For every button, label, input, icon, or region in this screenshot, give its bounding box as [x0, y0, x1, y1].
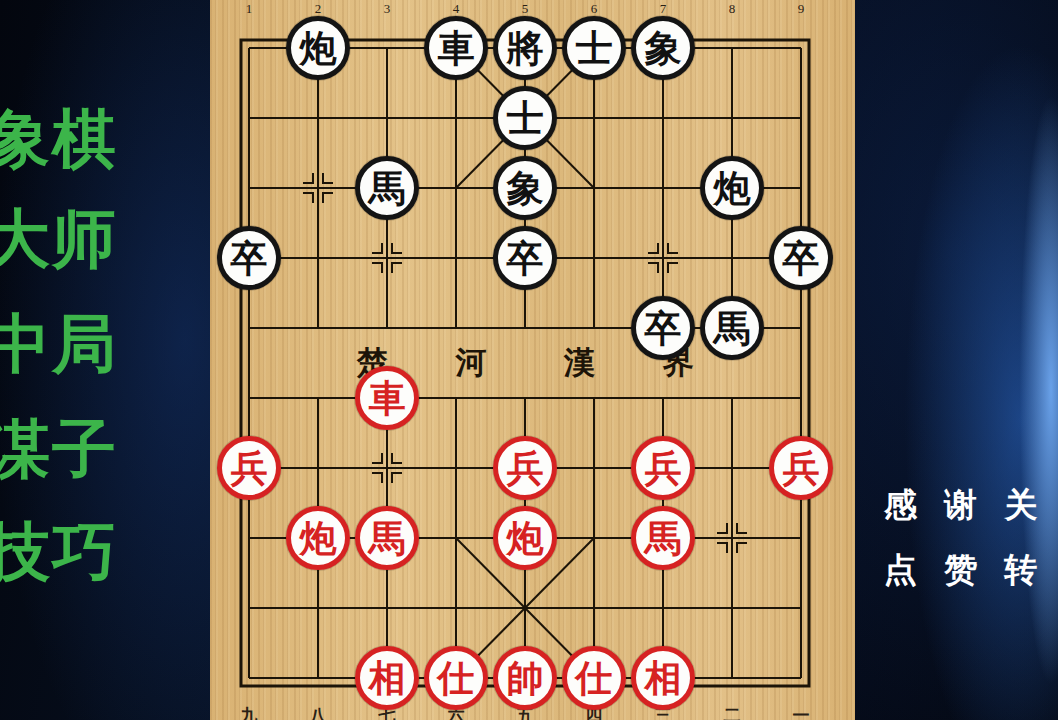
- piece-glyph: 兵: [231, 450, 268, 487]
- file-number-top: 8: [729, 1, 736, 17]
- red-piece-相[interactable]: 相: [355, 646, 419, 710]
- red-piece-炮[interactable]: 炮: [493, 506, 557, 570]
- red-piece-兵[interactable]: 兵: [769, 436, 833, 500]
- point-marker: [372, 243, 402, 273]
- right-caption-line: 点 赞 转: [884, 548, 1046, 593]
- file-number-top: 2: [315, 1, 322, 17]
- point-marker: [648, 243, 678, 273]
- marker-bracket: [322, 173, 333, 184]
- piece-glyph: 相: [369, 660, 406, 697]
- black-piece-卒[interactable]: 卒: [769, 226, 833, 290]
- piece-glyph: 卒: [645, 310, 682, 347]
- red-piece-相[interactable]: 相: [631, 646, 695, 710]
- file-number-bottom: 九: [241, 704, 258, 720]
- red-piece-馬[interactable]: 馬: [631, 506, 695, 570]
- black-piece-士[interactable]: 士: [493, 86, 557, 150]
- red-piece-馬[interactable]: 馬: [355, 506, 419, 570]
- marker-bracket: [736, 542, 747, 553]
- piece-glyph: 帥: [507, 660, 544, 697]
- point-marker: [372, 453, 402, 483]
- right-caption-line: 感 谢 关: [884, 483, 1046, 528]
- piece-glyph: 馬: [645, 520, 682, 557]
- piece-glyph: 仕: [576, 660, 613, 697]
- piece-glyph: 兵: [783, 450, 820, 487]
- piece-glyph: 象: [645, 30, 682, 67]
- piece-glyph: 馬: [369, 170, 406, 207]
- file-number-bottom: 八: [310, 704, 327, 720]
- black-piece-炮[interactable]: 炮: [286, 16, 350, 80]
- piece-glyph: 卒: [783, 240, 820, 277]
- point-marker: [303, 173, 333, 203]
- black-piece-象[interactable]: 象: [493, 156, 557, 220]
- marker-bracket: [372, 262, 383, 273]
- xiangqi-board: 123456789 九八七六五四三二一 楚 河 漢 界 炮車將士象士馬象炮卒卒卒…: [210, 0, 855, 720]
- file-number-bottom: 二: [724, 704, 741, 720]
- red-piece-炮[interactable]: 炮: [286, 506, 350, 570]
- piece-glyph: 士: [507, 100, 544, 137]
- marker-bracket: [648, 262, 659, 273]
- file-number-top: 7: [660, 1, 667, 17]
- file-number-top: 9: [798, 1, 805, 17]
- black-piece-將[interactable]: 將: [493, 16, 557, 80]
- marker-bracket: [303, 192, 314, 203]
- red-piece-兵[interactable]: 兵: [217, 436, 281, 500]
- marker-bracket: [391, 472, 402, 483]
- piece-glyph: 車: [369, 380, 406, 417]
- black-piece-士[interactable]: 士: [562, 16, 626, 80]
- red-piece-車[interactable]: 車: [355, 366, 419, 430]
- red-piece-仕[interactable]: 仕: [424, 646, 488, 710]
- file-number-top: 5: [522, 1, 529, 17]
- piece-glyph: 卒: [507, 240, 544, 277]
- file-number-top: 4: [453, 1, 460, 17]
- piece-glyph: 炮: [507, 520, 544, 557]
- river-label-right: 漢 界: [534, 342, 724, 384]
- piece-glyph: 炮: [300, 30, 337, 67]
- marker-bracket: [322, 192, 333, 203]
- black-piece-馬[interactable]: 馬: [700, 296, 764, 360]
- black-piece-象[interactable]: 象: [631, 16, 695, 80]
- black-piece-炮[interactable]: 炮: [700, 156, 764, 220]
- point-marker: [717, 523, 747, 553]
- piece-glyph: 車: [438, 30, 475, 67]
- black-piece-馬[interactable]: 馬: [355, 156, 419, 220]
- marker-bracket: [372, 243, 383, 254]
- piece-glyph: 相: [645, 660, 682, 697]
- left-caption-line: 中局: [0, 301, 118, 388]
- file-number-bottom: 一: [793, 704, 810, 720]
- black-piece-車[interactable]: 車: [424, 16, 488, 80]
- left-caption-line: 技巧: [0, 509, 118, 596]
- black-piece-卒[interactable]: 卒: [631, 296, 695, 360]
- marker-bracket: [736, 523, 747, 534]
- marker-bracket: [372, 453, 383, 464]
- river-label-left: 楚 河: [327, 342, 517, 384]
- piece-glyph: 炮: [714, 170, 751, 207]
- red-piece-帥[interactable]: 帥: [493, 646, 557, 710]
- piece-glyph: 將: [507, 30, 544, 67]
- marker-bracket: [667, 243, 678, 254]
- left-caption-line: 谋子: [0, 406, 118, 493]
- marker-bracket: [717, 542, 728, 553]
- piece-glyph: 象: [507, 170, 544, 207]
- file-number-top: 3: [384, 1, 391, 17]
- red-piece-兵[interactable]: 兵: [493, 436, 557, 500]
- video-frame: 象棋大师中局谋子技巧 123456789 九八七六五四三二一 楚 河 漢 界 炮…: [0, 0, 1058, 720]
- red-piece-兵[interactable]: 兵: [631, 436, 695, 500]
- black-piece-卒[interactable]: 卒: [217, 226, 281, 290]
- marker-bracket: [372, 472, 383, 483]
- marker-bracket: [303, 173, 314, 184]
- left-caption-line: 象棋: [0, 96, 118, 183]
- piece-glyph: 士: [576, 30, 613, 67]
- piece-glyph: 兵: [645, 450, 682, 487]
- left-caption-line: 大师: [0, 196, 118, 283]
- file-number-top: 6: [591, 1, 598, 17]
- piece-glyph: 仕: [438, 660, 475, 697]
- marker-bracket: [648, 243, 659, 254]
- marker-bracket: [667, 262, 678, 273]
- piece-glyph: 兵: [507, 450, 544, 487]
- file-number-top: 1: [246, 1, 253, 17]
- piece-glyph: 卒: [231, 240, 268, 277]
- piece-glyph: 馬: [369, 520, 406, 557]
- marker-bracket: [391, 243, 402, 254]
- marker-bracket: [391, 453, 402, 464]
- piece-glyph: 馬: [714, 310, 751, 347]
- piece-glyph: 炮: [300, 520, 337, 557]
- marker-bracket: [391, 262, 402, 273]
- marker-bracket: [717, 523, 728, 534]
- red-piece-仕[interactable]: 仕: [562, 646, 626, 710]
- black-piece-卒[interactable]: 卒: [493, 226, 557, 290]
